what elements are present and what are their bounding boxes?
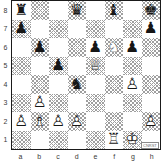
square-e1[interactable] [86, 131, 105, 150]
square-b7[interactable] [31, 20, 50, 39]
square-f2[interactable] [105, 112, 124, 131]
square-g4[interactable]: ♟♙ [123, 75, 142, 94]
piece-glyph: ♖ [105, 131, 124, 150]
square-c5[interactable]: ♟ [49, 57, 68, 76]
watermark: CNRST [141, 142, 159, 149]
piece-black-pawn-g6[interactable]: ♟ [123, 38, 142, 57]
square-d1[interactable] [68, 131, 87, 150]
piece-black-pawn-h7[interactable]: ♟ [142, 20, 161, 39]
piece-white-queen-e5[interactable]: ♛♕ [86, 57, 105, 76]
piece-glyph: ♛ [68, 1, 87, 20]
rank-label-4: 4 [0, 75, 11, 94]
square-h4[interactable] [142, 75, 161, 94]
piece-white-pawn-h2[interactable]: ♟♙ [142, 112, 161, 131]
square-a7[interactable]: ♟ [12, 20, 31, 39]
piece-black-knight-d4[interactable]: ♞ [68, 75, 87, 94]
piece-glyph: ♟ [86, 38, 105, 57]
square-a1[interactable] [12, 131, 31, 150]
chess-board: ♜♛♝♚♟♟♟♟♞♘♟♟♛♕♞♟♙♟♙♟♙♝♗♟♙♟♙♟♙♜♖♚♔ [11, 0, 161, 150]
piece-glyph: ♝ [105, 1, 124, 20]
square-g2[interactable] [123, 112, 142, 131]
file-label-h: h [142, 150, 161, 162]
square-a3[interactable] [12, 94, 31, 113]
piece-glyph: ♚ [142, 1, 161, 20]
square-c3[interactable] [49, 94, 68, 113]
square-b3[interactable]: ♟♙ [31, 94, 50, 113]
square-h3[interactable] [142, 94, 161, 113]
square-b6[interactable]: ♟ [31, 38, 50, 57]
square-c6[interactable] [49, 38, 68, 57]
square-h2[interactable]: ♟♙ [142, 112, 161, 131]
square-c8[interactable] [49, 1, 68, 20]
piece-black-pawn-b6[interactable]: ♟ [31, 38, 50, 57]
square-e4[interactable] [86, 75, 105, 94]
square-f8[interactable]: ♝ [105, 1, 124, 20]
rank-label-8: 8 [0, 1, 11, 20]
chess-diagram: 87654321 ♜♛♝♚♟♟♟♟♞♘♟♟♛♕♞♟♙♟♙♟♙♝♗♟♙♟♙♟♙♜♖… [0, 0, 162, 162]
piece-white-rook-f1[interactable]: ♜♖ [105, 131, 124, 150]
piece-black-pawn-a7[interactable]: ♟ [12, 20, 31, 39]
square-h5[interactable] [142, 57, 161, 76]
square-a8[interactable]: ♜ [12, 1, 31, 20]
piece-white-bishop-b2[interactable]: ♝♗ [31, 112, 50, 131]
piece-glyph: ♙ [49, 112, 68, 131]
file-label-g: g [124, 150, 143, 162]
file-label-c: c [49, 150, 68, 162]
square-c1[interactable] [49, 131, 68, 150]
piece-black-rook-a8[interactable]: ♜ [12, 1, 31, 20]
file-label-f: f [105, 150, 124, 162]
square-a5[interactable] [12, 57, 31, 76]
square-d8[interactable]: ♛ [68, 1, 87, 20]
piece-glyph: ♙ [123, 75, 142, 94]
piece-black-queen-d8[interactable]: ♛ [68, 1, 87, 20]
square-g8[interactable] [123, 1, 142, 20]
square-g5[interactable] [123, 57, 142, 76]
piece-glyph: ♟ [142, 20, 161, 39]
square-b1[interactable] [31, 131, 50, 150]
rank-label-6: 6 [0, 38, 11, 57]
square-d3[interactable] [68, 94, 87, 113]
piece-glyph: ♙ [31, 94, 50, 113]
piece-black-king-h8[interactable]: ♚ [142, 1, 161, 20]
square-f1[interactable]: ♜♖ [105, 131, 124, 150]
square-e8[interactable] [86, 1, 105, 20]
square-d7[interactable] [68, 20, 87, 39]
square-e3[interactable] [86, 94, 105, 113]
rank-label-7: 7 [0, 20, 11, 39]
piece-glyph: ♗ [31, 112, 50, 131]
rank-label-1: 1 [0, 131, 11, 150]
square-g3[interactable] [123, 94, 142, 113]
square-g6[interactable]: ♟ [123, 38, 142, 57]
piece-white-pawn-g4[interactable]: ♟♙ [123, 75, 142, 94]
square-c4[interactable] [49, 75, 68, 94]
file-label-e: e [86, 150, 105, 162]
square-e7[interactable] [86, 20, 105, 39]
square-b2[interactable]: ♝♗ [31, 112, 50, 131]
rank-label-3: 3 [0, 94, 11, 113]
square-c2[interactable]: ♟♙ [49, 112, 68, 131]
piece-white-king-g1[interactable]: ♚♔ [123, 131, 142, 150]
square-c7[interactable] [49, 20, 68, 39]
piece-glyph: ♞ [68, 75, 87, 94]
rank-label-5: 5 [0, 57, 11, 76]
piece-glyph: ♟ [31, 38, 50, 57]
square-a4[interactable] [12, 75, 31, 94]
square-f3[interactable] [105, 94, 124, 113]
piece-glyph: ♘ [105, 38, 124, 57]
piece-glyph: ♙ [12, 112, 31, 131]
file-label-b: b [30, 150, 49, 162]
square-g1[interactable]: ♚♔ [123, 131, 142, 150]
square-f5[interactable] [105, 57, 124, 76]
rank-labels: 87654321 [0, 1, 11, 149]
square-b4[interactable] [31, 75, 50, 94]
piece-white-knight-f6[interactable]: ♞♘ [105, 38, 124, 57]
piece-white-pawn-a2[interactable]: ♟♙ [12, 112, 31, 131]
piece-glyph: ♔ [123, 131, 142, 150]
square-a6[interactable] [12, 38, 31, 57]
square-b8[interactable] [31, 1, 50, 20]
square-d5[interactable] [68, 57, 87, 76]
piece-black-pawn-c5[interactable]: ♟ [49, 57, 68, 76]
square-h6[interactable] [142, 38, 161, 57]
file-labels: abcdefgh [11, 150, 161, 162]
square-d2[interactable]: ♟♙ [68, 112, 87, 131]
piece-glyph: ♜ [12, 1, 31, 20]
piece-black-bishop-f8[interactable]: ♝ [105, 1, 124, 20]
piece-glyph: ♟ [12, 20, 31, 39]
square-b5[interactable] [31, 57, 50, 76]
piece-glyph: ♕ [86, 57, 105, 76]
square-f7[interactable] [105, 20, 124, 39]
piece-white-pawn-d2[interactable]: ♟♙ [68, 112, 87, 131]
piece-white-pawn-c2[interactable]: ♟♙ [49, 112, 68, 131]
rank-label-2: 2 [0, 112, 11, 131]
piece-white-pawn-b3[interactable]: ♟♙ [31, 94, 50, 113]
piece-glyph: ♙ [142, 112, 161, 131]
piece-black-pawn-e6[interactable]: ♟ [86, 38, 105, 57]
square-d6[interactable] [68, 38, 87, 57]
piece-glyph: ♙ [68, 112, 87, 131]
piece-glyph: ♟ [49, 57, 68, 76]
square-h8[interactable]: ♚ [142, 1, 161, 20]
square-f4[interactable] [105, 75, 124, 94]
square-g7[interactable] [123, 20, 142, 39]
square-e2[interactable] [86, 112, 105, 131]
file-label-d: d [67, 150, 86, 162]
square-a2[interactable]: ♟♙ [12, 112, 31, 131]
square-e5[interactable]: ♛♕ [86, 57, 105, 76]
file-label-a: a [11, 150, 30, 162]
square-f6[interactable]: ♞♘ [105, 38, 124, 57]
square-h7[interactable]: ♟ [142, 20, 161, 39]
square-e6[interactable]: ♟ [86, 38, 105, 57]
piece-glyph: ♟ [123, 38, 142, 57]
square-d4[interactable]: ♞ [68, 75, 87, 94]
